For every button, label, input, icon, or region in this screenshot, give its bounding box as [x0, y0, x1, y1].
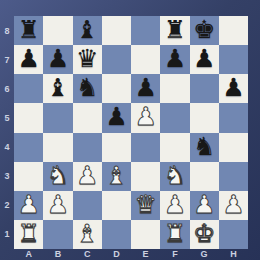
rank-label-7: 7: [0, 45, 14, 74]
white-knight[interactable]: ♞: [164, 163, 186, 188]
square-e7[interactable]: [131, 45, 160, 74]
file-label-h: H: [219, 249, 248, 260]
square-c7[interactable]: ♛: [73, 45, 102, 74]
square-d4[interactable]: [102, 133, 131, 162]
square-b3[interactable]: ♞: [43, 162, 72, 191]
black-bishop[interactable]: ♝: [47, 75, 69, 100]
white-bishop[interactable]: ♝: [105, 163, 127, 188]
square-e8[interactable]: [131, 16, 160, 45]
square-g6[interactable]: [190, 74, 219, 103]
square-f2[interactable]: ♟: [160, 191, 189, 220]
square-g8[interactable]: ♚: [190, 16, 219, 45]
square-b6[interactable]: ♝: [43, 74, 72, 103]
black-pawn[interactable]: ♟: [17, 46, 39, 71]
white-king[interactable]: ♚: [193, 221, 215, 246]
square-h2[interactable]: ♟: [219, 191, 248, 220]
square-f6[interactable]: [160, 74, 189, 103]
square-e3[interactable]: [131, 162, 160, 191]
square-c4[interactable]: [73, 133, 102, 162]
white-knight[interactable]: ♞: [47, 163, 69, 188]
square-c1[interactable]: ♝: [73, 220, 102, 249]
square-g2[interactable]: ♟: [190, 191, 219, 220]
square-h8[interactable]: [219, 16, 248, 45]
white-pawn[interactable]: ♟: [76, 163, 98, 188]
square-e4[interactable]: [131, 133, 160, 162]
square-d1[interactable]: [102, 220, 131, 249]
file-labels: ABCDEFGH: [14, 249, 248, 260]
square-f1[interactable]: ♜: [160, 220, 189, 249]
square-b8[interactable]: [43, 16, 72, 45]
black-knight[interactable]: ♞: [76, 75, 98, 100]
square-f8[interactable]: ♜: [160, 16, 189, 45]
square-c6[interactable]: ♞: [73, 74, 102, 103]
black-queen[interactable]: ♛: [76, 46, 98, 71]
square-a4[interactable]: [14, 133, 43, 162]
rank-labels: 87654321: [0, 16, 14, 249]
white-pawn[interactable]: ♟: [164, 192, 186, 217]
square-d7[interactable]: [102, 45, 131, 74]
square-c2[interactable]: [73, 191, 102, 220]
black-rook[interactable]: ♜: [164, 17, 186, 42]
square-h4[interactable]: [219, 133, 248, 162]
square-e5[interactable]: ♟: [131, 103, 160, 132]
square-c8[interactable]: ♝: [73, 16, 102, 45]
square-g4[interactable]: ♞: [190, 133, 219, 162]
file-label-d: D: [102, 249, 131, 260]
rank-label-3: 3: [0, 162, 14, 191]
white-pawn[interactable]: ♟: [47, 192, 69, 217]
square-b1[interactable]: [43, 220, 72, 249]
rank-label-8: 8: [0, 16, 14, 45]
white-rook[interactable]: ♜: [17, 221, 39, 246]
black-pawn[interactable]: ♟: [134, 75, 156, 100]
square-f7[interactable]: ♟: [160, 45, 189, 74]
chess-board-frame: 87654321 ♜♝♜♚♟♟♛♟♟♝♞♟♟♟♟♞♞♟♝♞♟♟♛♟♟♟♜♝♜♚ …: [0, 0, 260, 260]
black-pawn[interactable]: ♟: [47, 46, 69, 71]
square-d8[interactable]: [102, 16, 131, 45]
rank-label-1: 1: [0, 220, 14, 249]
square-h7[interactable]: [219, 45, 248, 74]
square-f5[interactable]: [160, 103, 189, 132]
square-c3[interactable]: ♟: [73, 162, 102, 191]
square-f4[interactable]: [160, 133, 189, 162]
square-e2[interactable]: ♛: [131, 191, 160, 220]
black-bishop[interactable]: ♝: [76, 17, 98, 42]
file-label-b: B: [43, 249, 72, 260]
black-pawn[interactable]: ♟: [193, 46, 215, 71]
square-e1[interactable]: [131, 220, 160, 249]
rank-label-4: 4: [0, 133, 14, 162]
square-d3[interactable]: ♝: [102, 162, 131, 191]
square-a1[interactable]: ♜: [14, 220, 43, 249]
white-pawn[interactable]: ♟: [222, 192, 244, 217]
black-rook[interactable]: ♜: [17, 17, 39, 42]
black-pawn[interactable]: ♟: [105, 104, 127, 129]
square-g3[interactable]: [190, 162, 219, 191]
file-label-g: G: [190, 249, 219, 260]
square-a2[interactable]: ♟: [14, 191, 43, 220]
rank-label-2: 2: [0, 191, 14, 220]
square-g5[interactable]: [190, 103, 219, 132]
square-f3[interactable]: ♞: [160, 162, 189, 191]
white-pawn[interactable]: ♟: [17, 192, 39, 217]
square-h5[interactable]: [219, 103, 248, 132]
white-bishop[interactable]: ♝: [76, 221, 98, 246]
square-a5[interactable]: [14, 103, 43, 132]
square-b5[interactable]: [43, 103, 72, 132]
file-label-e: E: [131, 249, 160, 260]
square-a6[interactable]: [14, 74, 43, 103]
square-b2[interactable]: ♟: [43, 191, 72, 220]
square-a3[interactable]: [14, 162, 43, 191]
square-a7[interactable]: ♟: [14, 45, 43, 74]
square-h6[interactable]: ♟: [219, 74, 248, 103]
chess-board: ♜♝♜♚♟♟♛♟♟♝♞♟♟♟♟♞♞♟♝♞♟♟♛♟♟♟♜♝♜♚: [14, 16, 248, 249]
square-e6[interactable]: ♟: [131, 74, 160, 103]
white-pawn[interactable]: ♟: [193, 192, 215, 217]
square-g1[interactable]: ♚: [190, 220, 219, 249]
square-b7[interactable]: ♟: [43, 45, 72, 74]
square-g7[interactable]: ♟: [190, 45, 219, 74]
square-d2[interactable]: [102, 191, 131, 220]
black-pawn[interactable]: ♟: [222, 75, 244, 100]
file-label-f: F: [160, 249, 189, 260]
black-pawn[interactable]: ♟: [164, 46, 186, 71]
square-d6[interactable]: [102, 74, 131, 103]
black-knight[interactable]: ♞: [193, 134, 215, 159]
rank-label-5: 5: [0, 103, 14, 132]
file-label-a: A: [14, 249, 43, 260]
square-c5[interactable]: [73, 103, 102, 132]
square-d5[interactable]: ♟: [102, 103, 131, 132]
file-label-c: C: [73, 249, 102, 260]
square-h3[interactable]: [219, 162, 248, 191]
rank-label-6: 6: [0, 74, 14, 103]
black-king[interactable]: ♚: [193, 17, 215, 42]
square-h1[interactable]: [219, 220, 248, 249]
white-rook[interactable]: ♜: [164, 221, 186, 246]
white-pawn[interactable]: ♟: [134, 104, 156, 129]
square-a8[interactable]: ♜: [14, 16, 43, 45]
white-queen[interactable]: ♛: [134, 192, 156, 217]
square-b4[interactable]: [43, 133, 72, 162]
